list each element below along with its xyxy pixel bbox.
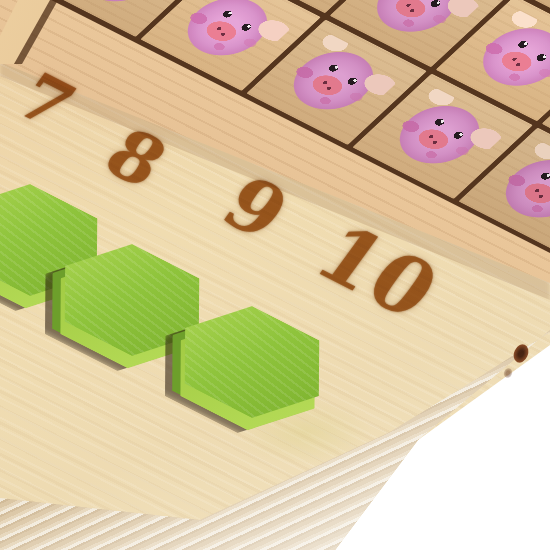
counting-board-photo: 7 8 9 10 (0, 0, 550, 550)
